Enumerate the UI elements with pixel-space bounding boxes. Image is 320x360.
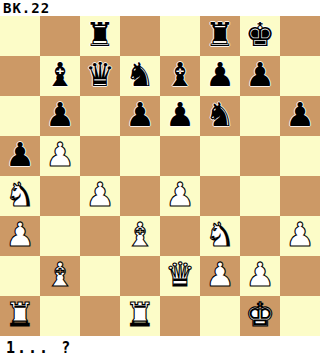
square-d3[interactable]: ♝ [120,216,160,256]
square-h3[interactable]: ♟ [280,216,320,256]
square-a2[interactable] [0,256,40,296]
square-b3[interactable] [40,216,80,256]
square-b7[interactable]: ♝ [40,56,80,96]
square-g3[interactable] [240,216,280,256]
white-bishop-icon: ♝ [125,215,155,255]
square-f1[interactable] [200,296,240,336]
square-e8[interactable] [160,16,200,56]
black-pawn-icon: ♟ [205,55,235,95]
square-b6[interactable]: ♟ [40,96,80,136]
black-pawn-icon: ♟ [125,95,155,135]
black-queen-icon: ♛ [85,55,115,95]
white-pawn-icon: ♟ [45,135,75,175]
square-d1[interactable]: ♜ [120,296,160,336]
square-h7[interactable] [280,56,320,96]
square-f8[interactable]: ♜ [200,16,240,56]
square-h8[interactable] [280,16,320,56]
black-pawn-icon: ♟ [165,95,195,135]
square-a1[interactable]: ♜ [0,296,40,336]
square-a3[interactable]: ♟ [0,216,40,256]
square-c2[interactable] [80,256,120,296]
square-b4[interactable] [40,176,80,216]
square-e3[interactable] [160,216,200,256]
square-g8[interactable]: ♚ [240,16,280,56]
square-g1[interactable]: ♚ [240,296,280,336]
white-pawn-icon: ♟ [165,175,195,215]
square-f3[interactable]: ♞ [200,216,240,256]
black-knight-icon: ♞ [205,95,235,135]
white-king-icon: ♚ [245,295,275,335]
square-d2[interactable] [120,256,160,296]
square-b2[interactable]: ♝ [40,256,80,296]
white-pawn-icon: ♟ [5,215,35,255]
black-pawn-icon: ♟ [245,55,275,95]
square-e1[interactable] [160,296,200,336]
square-b1[interactable] [40,296,80,336]
square-c8[interactable]: ♜ [80,16,120,56]
chess-puzzle-page: BK.22 ♜♜♚♝♛♞♝♟♟♟♟♟♞♟♟♟♞♟♟♟♝♞♟♝♛♟♟♜♜♚ 1..… [0,0,320,360]
square-a5[interactable]: ♟ [0,136,40,176]
square-h2[interactable] [280,256,320,296]
black-pawn-icon: ♟ [45,95,75,135]
square-c6[interactable] [80,96,120,136]
square-f2[interactable]: ♟ [200,256,240,296]
square-c5[interactable] [80,136,120,176]
square-f5[interactable] [200,136,240,176]
square-e5[interactable] [160,136,200,176]
square-c3[interactable] [80,216,120,256]
square-a4[interactable]: ♞ [0,176,40,216]
move-prompt-label: 1... ? [6,338,72,358]
square-g6[interactable] [240,96,280,136]
square-c4[interactable]: ♟ [80,176,120,216]
square-f4[interactable] [200,176,240,216]
white-pawn-icon: ♟ [205,255,235,295]
square-g4[interactable] [240,176,280,216]
square-d5[interactable] [120,136,160,176]
white-rook-icon: ♜ [125,295,155,335]
black-bishop-icon: ♝ [45,55,75,95]
square-d7[interactable]: ♞ [120,56,160,96]
square-a7[interactable] [0,56,40,96]
black-bishop-icon: ♝ [165,55,195,95]
square-e2[interactable]: ♛ [160,256,200,296]
square-a6[interactable] [0,96,40,136]
square-g2[interactable]: ♟ [240,256,280,296]
square-d8[interactable] [120,16,160,56]
white-rook-icon: ♜ [5,295,35,335]
black-pawn-icon: ♟ [285,95,315,135]
square-c7[interactable]: ♛ [80,56,120,96]
white-queen-icon: ♛ [165,255,195,295]
black-pawn-icon: ♟ [5,135,35,175]
white-bishop-icon: ♝ [45,255,75,295]
square-f6[interactable]: ♞ [200,96,240,136]
chess-board: ♜♜♚♝♛♞♝♟♟♟♟♟♞♟♟♟♞♟♟♟♝♞♟♝♛♟♟♜♜♚ [0,16,320,336]
square-f7[interactable]: ♟ [200,56,240,96]
square-e6[interactable]: ♟ [160,96,200,136]
square-c1[interactable] [80,296,120,336]
square-h4[interactable] [280,176,320,216]
black-rook-icon: ♜ [205,15,235,55]
square-e7[interactable]: ♝ [160,56,200,96]
square-h1[interactable] [280,296,320,336]
square-a8[interactable] [0,16,40,56]
white-knight-icon: ♞ [5,175,35,215]
square-b5[interactable]: ♟ [40,136,80,176]
square-h5[interactable] [280,136,320,176]
black-knight-icon: ♞ [125,55,155,95]
square-b8[interactable] [40,16,80,56]
square-e4[interactable]: ♟ [160,176,200,216]
black-rook-icon: ♜ [85,15,115,55]
black-king-icon: ♚ [245,15,275,55]
white-knight-icon: ♞ [205,215,235,255]
white-pawn-icon: ♟ [245,255,275,295]
square-g7[interactable]: ♟ [240,56,280,96]
white-pawn-icon: ♟ [285,215,315,255]
square-d6[interactable]: ♟ [120,96,160,136]
square-h6[interactable]: ♟ [280,96,320,136]
square-g5[interactable] [240,136,280,176]
square-d4[interactable] [120,176,160,216]
white-pawn-icon: ♟ [85,175,115,215]
puzzle-id-label: BK.22 [3,0,50,16]
